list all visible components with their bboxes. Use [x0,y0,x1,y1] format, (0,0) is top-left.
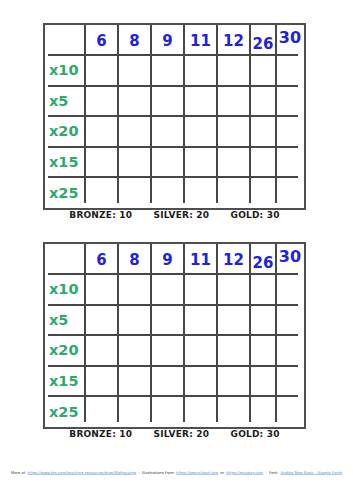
font-link[interactable]: Andika New Basic - Google Fonts [281,470,343,475]
answer-cell [184,396,217,427]
gridline [48,146,298,148]
answer-cell [250,116,276,147]
answer-cell [217,396,250,427]
answer-cell [85,116,118,147]
answer-cell [151,274,184,305]
answer-cell [118,147,151,178]
answer-cell [85,147,118,178]
gridline [48,54,298,56]
gridline [48,365,298,367]
row-multiplier-label: x15 [45,366,85,397]
more-at-text: More at [11,470,25,475]
column-header: 30 [276,244,304,274]
answer-cell [217,55,250,86]
answer-cell [250,177,276,208]
worksheet-page: 68911122630x10x5x20x15x25 BRONZE: 10 SIL… [0,0,353,500]
answer-cell [118,366,151,397]
answer-cell [184,305,217,336]
answer-cell [151,396,184,427]
column-header: 30 [276,25,304,55]
times-table-grid-2: 68911122630x10x5x20x15x25 [43,242,306,429]
or-text: or [220,470,224,475]
silver-target: SILVER: 20 [154,210,210,220]
column-header: 8 [118,244,151,274]
answer-cell [217,366,250,397]
row-multiplier-label: x25 [45,396,85,427]
answer-cell [118,55,151,86]
answer-cell [151,366,184,397]
column-header: 26 [250,244,276,274]
gold-target: GOLD: 30 [231,210,280,220]
answer-cell [85,366,118,397]
column-header: 6 [85,244,118,274]
gold-target: GOLD: 30 [231,429,280,439]
answer-cell [118,305,151,336]
column-header: 9 [151,244,184,274]
answer-cell [217,177,250,208]
answer-cell [151,305,184,336]
answer-cell [151,116,184,147]
answer-cell [276,396,304,427]
answer-cell [250,55,276,86]
answer-cell [184,55,217,86]
answer-cell [184,116,217,147]
separator-text: - [265,470,266,475]
answer-cell [276,116,304,147]
openclipart-link[interactable]: https://openclipart.org [176,470,218,475]
answer-cell [151,86,184,117]
answer-cell [85,335,118,366]
answer-cell [184,177,217,208]
gridline [48,115,298,117]
answer-cell [85,274,118,305]
gridline [48,395,298,397]
row-multiplier-label: x5 [45,305,85,336]
answer-cell [118,274,151,305]
answer-cell [250,335,276,366]
column-header: 11 [184,25,217,55]
answer-cell [276,177,304,208]
answer-cell [184,335,217,366]
column-header: 12 [217,244,250,274]
answer-cell [217,335,250,366]
answer-cell [217,86,250,117]
answer-cell [151,177,184,208]
answer-cell [250,86,276,117]
gridline [48,334,298,336]
answer-cell [250,366,276,397]
answer-cell [184,366,217,397]
column-header: 11 [184,244,217,274]
answer-cell [184,86,217,117]
answer-cell [85,55,118,86]
answer-cell [118,177,151,208]
answer-cell [276,366,304,397]
separator-text: - [138,470,139,475]
answer-cell [85,396,118,427]
answer-cell [85,305,118,336]
row-multiplier-label: x10 [45,55,85,86]
answer-cell [217,147,250,178]
column-header: 8 [118,25,151,55]
answer-cell [276,305,304,336]
silver-target: SILVER: 20 [154,429,210,439]
bronze-target: BRONZE: 10 [69,210,132,220]
answer-cell [151,147,184,178]
answer-cell [151,335,184,366]
illustrations-from-text: Illustrations from [142,470,174,475]
tes-shop-link[interactable]: https://www.tes.com/teaching-resources/s… [27,470,136,475]
answer-cell [217,305,250,336]
font-label-text: Font: [269,470,278,475]
row-multiplier-label: x10 [45,274,85,305]
answer-cell [276,335,304,366]
answer-cell [250,147,276,178]
answer-cell [250,274,276,305]
answer-cell [85,86,118,117]
answer-cell [85,177,118,208]
answer-cell [184,147,217,178]
row-multiplier-label: x20 [45,116,85,147]
answer-cell [118,116,151,147]
credits-footer: More at https://www.tes.com/teaching-res… [0,470,353,475]
answer-cell [118,335,151,366]
gridline [48,304,298,306]
answer-cell [276,274,304,305]
gridline [48,85,298,87]
row-multiplier-label: x20 [45,335,85,366]
answer-cell [276,86,304,117]
times-table-grid-1: 68911122630x10x5x20x15x25 [43,23,306,210]
answer-cell [276,55,304,86]
score-targets-1: BRONZE: 10 SILVER: 20 GOLD: 30 [43,210,306,220]
answer-cell [118,86,151,117]
pixabay-link[interactable]: https://pixabay.com [226,470,263,475]
answer-cell [118,396,151,427]
gridline [48,176,298,178]
row-multiplier-label: x25 [45,177,85,208]
row-multiplier-label: x15 [45,147,85,178]
answer-cell [151,55,184,86]
score-targets-2: BRONZE: 10 SILVER: 20 GOLD: 30 [43,429,306,439]
bronze-target: BRONZE: 10 [69,429,132,439]
column-header: 9 [151,25,184,55]
answer-cell [184,274,217,305]
answer-cell [217,116,250,147]
column-header: 12 [217,25,250,55]
column-header: 6 [85,25,118,55]
answer-cell [276,147,304,178]
answer-cell [217,274,250,305]
answer-cell [250,305,276,336]
column-header: 26 [250,25,276,55]
gridline [48,273,298,275]
answer-cell [250,396,276,427]
row-multiplier-label: x5 [45,86,85,117]
